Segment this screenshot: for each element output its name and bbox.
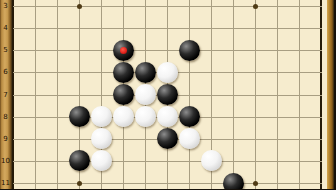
white-stone [179, 128, 200, 149]
black-stone [223, 173, 244, 190]
black-stone [69, 150, 90, 171]
white-stone [113, 106, 134, 127]
black-stone [157, 84, 178, 105]
grid-line-horizontal [13, 6, 322, 7]
black-stone [179, 106, 200, 127]
black-stone [113, 84, 134, 105]
white-stone [135, 106, 156, 127]
white-stone [91, 150, 112, 171]
grid-line-horizontal [13, 183, 322, 184]
star-point [77, 4, 82, 9]
row-coordinate-label: 5 [0, 45, 11, 55]
black-stone [113, 62, 134, 83]
white-stone [201, 150, 222, 171]
row-coordinate-label: 6 [0, 67, 11, 77]
grid-line-horizontal [13, 161, 322, 162]
black-stone [135, 62, 156, 83]
last-move-marker [120, 47, 127, 54]
gomoku-board[interactable] [0, 0, 336, 189]
row-coordinate-label: 10 [0, 156, 11, 166]
grid-line-horizontal [13, 28, 322, 29]
row-coordinate-label: 3 [0, 1, 11, 11]
black-stone [157, 128, 178, 149]
star-point [253, 181, 258, 186]
white-stone [91, 106, 112, 127]
row-coordinate-label: 11 [0, 178, 11, 188]
row-coordinate-label: 4 [0, 23, 11, 33]
star-point [253, 4, 258, 9]
board-frame-right [322, 0, 336, 189]
row-coordinate-label: 7 [0, 90, 11, 100]
black-stone [69, 106, 90, 127]
row-coordinate-label: 9 [0, 134, 11, 144]
white-stone [157, 62, 178, 83]
row-coordinate-label: 8 [0, 112, 11, 122]
gomoku-app-screenshot: 34567891011 [0, 0, 336, 189]
row-coordinate-strip: 34567891011 [0, 0, 12, 189]
star-point [77, 181, 82, 186]
black-stone [179, 40, 200, 61]
white-stone [157, 106, 178, 127]
grid-line-horizontal [13, 50, 322, 51]
white-stone [135, 84, 156, 105]
white-stone [91, 128, 112, 149]
